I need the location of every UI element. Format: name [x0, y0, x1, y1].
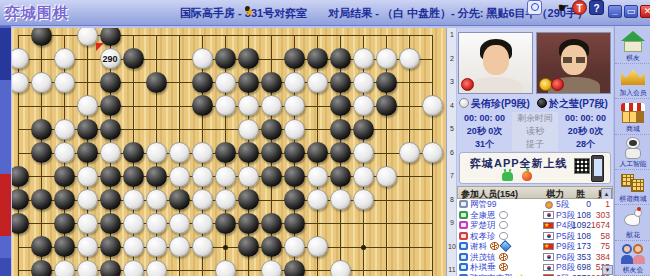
white-stone [77, 189, 98, 210]
black-stone [215, 48, 236, 69]
black-stone [353, 119, 374, 140]
white-stone [330, 260, 351, 276]
black-stone [192, 95, 213, 116]
board-row-coordinates: 1234567891011 [446, 28, 456, 276]
black-stone [54, 189, 75, 210]
black-stone [215, 213, 236, 234]
rank-badge-icon [545, 201, 553, 209]
black-player-name: 於之莹(P7段) [537, 97, 615, 110]
black-stone [100, 166, 121, 187]
white-stone [12, 48, 29, 69]
thumbs-up-icon [459, 211, 468, 219]
white-stone [215, 95, 236, 116]
black-stone [330, 142, 351, 163]
sidebar-item-people[interactable]: 棋友会 [615, 241, 650, 276]
sidebar-item-label: 献花 [618, 230, 649, 238]
black-stone [12, 213, 29, 234]
black-stone [100, 189, 121, 210]
phone-qr-icon [574, 155, 604, 182]
participant-name[interactable]: 权孝珍 [470, 231, 496, 241]
black-stone [261, 213, 282, 234]
participant-losses: 1674 [591, 220, 610, 230]
sidebar-item-rooster[interactable]: 献花 [615, 206, 650, 241]
sidebar-item-label: 商城 [618, 124, 649, 132]
room-star-icon: ★ [245, 6, 250, 11]
black-stone [284, 213, 305, 234]
sidebar-item-label: 棋友会 [618, 265, 649, 273]
participant-row[interactable]: 驻守密支那6段25722279 [457, 273, 613, 276]
app-logo: 弈城围棋 [5, 4, 69, 23]
black-stone [330, 72, 351, 93]
sidebar-item-house[interactable]: 棋友 [615, 29, 650, 64]
hand-pointer-icon[interactable]: ☛ [556, 0, 571, 15]
app-promo-banner[interactable]: 弈城APP全新上线 [459, 152, 611, 184]
black-stone [31, 189, 52, 210]
thumbs-up-icon [459, 200, 468, 208]
last-move-stone: 290 [100, 48, 121, 69]
black-stone [146, 72, 167, 93]
black-stone [238, 142, 259, 163]
white-stone [238, 95, 259, 116]
white-stone [54, 119, 75, 140]
android-icon [502, 172, 513, 181]
white-remaining-time: 00: 00: 00 [457, 112, 512, 125]
black-stone-icon [537, 98, 547, 108]
participant-wins: 698 [569, 262, 591, 272]
row-coordinate-label: 7 [447, 172, 457, 179]
white-stone [169, 166, 190, 187]
black-stone [123, 166, 144, 187]
star-point [223, 245, 228, 250]
white-stone [422, 95, 443, 116]
sidebar-menu: 棋友加入会员商城人工智能棋谱商城献花棋友会 [614, 26, 650, 276]
black-stone [238, 213, 259, 234]
black-stone [261, 72, 282, 93]
participant-losses: 1 [591, 199, 610, 209]
black-stone [284, 48, 305, 69]
white-stone [12, 72, 29, 93]
participant-wins: 173 [569, 241, 591, 251]
black-stone [284, 166, 305, 187]
wheel-badge-icon [499, 253, 508, 261]
white-stone [238, 166, 259, 187]
white-stone [192, 213, 213, 234]
sidebar-item-label: 棋友 [618, 54, 649, 62]
game-info-panel: 吴侑珍(P9段) 於之莹(P7段) 00: 00: 00 剩余时间 00: 00… [457, 28, 613, 276]
participant-wins: 0 [569, 199, 591, 209]
black-player-photo [536, 32, 611, 94]
black-stone [330, 119, 351, 140]
move-number-label: 290 [101, 49, 120, 70]
participant-name[interactable]: 网管99 [470, 199, 496, 209]
row-coordinate-label: 8 [447, 196, 457, 203]
goban-icon [620, 172, 646, 194]
participant-name[interactable]: 谢科 [470, 241, 487, 251]
white-stone [77, 236, 98, 257]
participant-name[interactable]: 罗楚玥 [470, 220, 496, 230]
white-stone [31, 72, 52, 93]
black-remaining-time: 00: 00: 00 [558, 112, 613, 125]
black-stone [100, 236, 121, 257]
white-stone-icon [459, 98, 469, 108]
black-stone [330, 95, 351, 116]
black-stone [31, 28, 52, 46]
black-stone [31, 260, 52, 276]
sidebar-item-goban[interactable]: 棋谱商城 [615, 170, 650, 205]
white-stone [399, 142, 420, 163]
white-stone [307, 189, 328, 210]
black-stone [54, 213, 75, 234]
white-stone [54, 72, 75, 93]
white-stone [261, 260, 282, 276]
white-player-name: 吴侑珍(P9段) [459, 97, 537, 110]
white-stone [77, 28, 98, 46]
white-stone [54, 48, 75, 69]
black-stone [376, 72, 397, 93]
participant-losses: 384 [591, 252, 610, 262]
white-stone [353, 48, 374, 69]
black-stone [12, 189, 29, 210]
black-stone [330, 166, 351, 187]
row-coordinate-label: 10 [447, 243, 457, 250]
black-stone [100, 213, 121, 234]
black-stone [100, 119, 121, 140]
left-strip-segment [0, 28, 11, 80]
white-stone [399, 48, 420, 69]
participant-name[interactable]: 朴琪垂 [470, 262, 496, 272]
white-stone [146, 213, 167, 234]
white-stone [261, 95, 282, 116]
banner-text: 弈城APP全新上线 [470, 156, 568, 171]
thumbs-up-icon [459, 263, 468, 271]
black-stone [307, 142, 328, 163]
white-stone [353, 95, 374, 116]
row-coordinate-label: 9 [447, 219, 457, 226]
remaining-time-label: 剩余时间 [512, 112, 558, 125]
participant-name[interactable]: 驻守密支那 [470, 273, 513, 276]
white-stone [307, 72, 328, 93]
white-stone [192, 166, 213, 187]
black-stone [31, 236, 52, 257]
wheel-badge-icon [499, 263, 508, 271]
black-stone [215, 142, 236, 163]
white-stone [123, 213, 144, 234]
white-stone [330, 189, 351, 210]
people-icon [620, 243, 646, 265]
row-coordinate-label: 4 [447, 102, 457, 109]
korea-flag-icon [543, 211, 554, 219]
close-button[interactable]: ✕ [640, 5, 650, 18]
white-stone [192, 189, 213, 210]
apple-icon [522, 171, 532, 181]
participant-row[interactable]: 网管995段01 [457, 199, 613, 210]
participant-wins: 108 [569, 210, 591, 220]
white-stone [376, 48, 397, 69]
black-stone [330, 48, 351, 69]
cloud-badge-icon [499, 211, 508, 219]
go-board[interactable]: 290 [12, 28, 446, 276]
game-result-text: 对局结果 - （白 中盘胜）- 分先: 黑贴6目半（290手） [328, 7, 588, 19]
left-strip-segment [0, 258, 11, 276]
white-byoyomi: 20秒 0次 [457, 125, 512, 138]
row-coordinate-label: 3 [447, 78, 457, 85]
china-flag-icon [543, 222, 554, 230]
wheel-badge-icon [490, 242, 499, 250]
white-stone [353, 189, 374, 210]
white-stone [77, 260, 98, 276]
photo-face [483, 45, 509, 75]
black-captures: 28个 [558, 138, 613, 151]
white-stone [169, 213, 190, 234]
white-stone [422, 142, 443, 163]
white-stone [353, 166, 374, 187]
rooster-icon [620, 208, 646, 230]
participant-wins: 108 [569, 231, 591, 241]
white-stone [284, 236, 305, 257]
participant-wins: 2572 [569, 273, 591, 276]
black-stone [376, 95, 397, 116]
black-stone [192, 72, 213, 93]
glasses [563, 57, 585, 63]
white-stone [192, 48, 213, 69]
black-stone [261, 166, 282, 187]
black-stone [12, 166, 29, 187]
black-stone [31, 142, 52, 163]
white-stone [215, 189, 236, 210]
white-stone [238, 119, 259, 140]
white-captures: 31个 [457, 138, 512, 151]
black-stone [261, 142, 282, 163]
white-stone [192, 236, 213, 257]
sidebar-item-store[interactable]: 商城 [615, 100, 650, 135]
white-stone [123, 236, 144, 257]
participant-losses: 303 [591, 210, 610, 220]
red-flower-icon [551, 78, 564, 91]
black-stone [77, 119, 98, 140]
black-stone [77, 142, 98, 163]
china-flag-icon [543, 243, 554, 251]
sidebar-item-astronaut[interactable]: 人工智能 [615, 135, 650, 170]
byoyomi-label: 读秒 [512, 125, 558, 138]
row-coordinate-label: 11 [447, 266, 457, 273]
black-stone [100, 95, 121, 116]
white-stone [376, 166, 397, 187]
korea-flag-icon [543, 232, 554, 240]
participant-losses: 58 [591, 231, 610, 241]
scroll-down-arrow[interactable]: ▼ [602, 265, 613, 275]
korea-flag-icon [543, 264, 554, 272]
black-stone [284, 189, 305, 210]
black-stone [169, 189, 190, 210]
white-stone [77, 95, 98, 116]
participant-losses: 75 [591, 241, 610, 251]
sidebar-item-label: 人工智能 [618, 160, 649, 168]
participant-row[interactable]: 谢科P9段17375 [457, 241, 613, 252]
black-stone [146, 166, 167, 187]
black-stone [123, 48, 144, 69]
timer-table: 00: 00: 00 剩余时间 00: 00: 00 20秒 0次 读秒 20秒… [457, 112, 613, 151]
participant-row[interactable]: 洪茂镇P6段353384 [457, 252, 613, 263]
white-stone [307, 166, 328, 187]
participant-row[interactable]: 朴琪垂P8段698525 [457, 262, 613, 273]
black-stone [31, 119, 52, 140]
black-stone [261, 119, 282, 140]
black-stone [238, 189, 259, 210]
row-coordinate-label: 5 [447, 125, 457, 132]
white-stone [123, 189, 144, 210]
black-stone [238, 72, 259, 93]
cloud-badge-icon [499, 221, 508, 229]
white-stone [215, 260, 236, 276]
participant-rank: 5段 [556, 199, 569, 209]
black-stone [284, 260, 305, 276]
thumbs-up-icon [459, 232, 468, 240]
korea-flag-icon [543, 253, 554, 261]
white-stone [192, 142, 213, 163]
captures-label: 提子 [512, 138, 558, 151]
room-name: 国际高手房 - [180, 7, 242, 19]
white-stone [146, 189, 167, 210]
white-stone [123, 260, 144, 276]
minimize-button[interactable]: _ [608, 5, 622, 18]
white-stone [169, 236, 190, 257]
photo-body [470, 77, 522, 94]
participant-list[interactable]: 网管995段01全康恩P3段108303罗楚玥P4段10921674权孝珍P5段… [457, 199, 613, 276]
white-stone [146, 142, 167, 163]
black-stone [238, 48, 259, 69]
left-strip-red-segment [0, 174, 11, 236]
white-stone [100, 142, 121, 163]
clock-icon[interactable] [527, 0, 542, 15]
black-stone [123, 142, 144, 163]
black-stone [100, 260, 121, 276]
black-stone [54, 166, 75, 187]
white-stone [54, 142, 75, 163]
white-stone [307, 236, 328, 257]
thumbs-up-icon [459, 221, 468, 229]
participant-name[interactable]: 全康恩 [470, 210, 496, 220]
sidebar-item-label: 棋谱商城 [618, 195, 649, 203]
white-stone [284, 72, 305, 93]
tygem-logo-icon[interactable]: T [572, 0, 587, 15]
participant-row[interactable]: 罗楚玥P4段10921674 [457, 220, 613, 231]
thumbs-up-icon [459, 253, 468, 261]
left-border-strip [0, 26, 11, 276]
white-stone [284, 119, 305, 140]
black-stone [261, 236, 282, 257]
white-stone [215, 166, 236, 187]
crown-icon [620, 66, 646, 88]
black-stone [284, 142, 305, 163]
black-stone [307, 48, 328, 69]
white-stone [215, 72, 236, 93]
white-stone [77, 166, 98, 187]
sidebar-item-label: 加入会员 [618, 89, 649, 97]
row-coordinate-label: 1 [447, 31, 457, 38]
astronaut-icon [620, 137, 646, 159]
help-button[interactable]: ? [589, 0, 604, 15]
house-icon [620, 31, 646, 53]
row-coordinate-label: 6 [447, 149, 457, 156]
thumbs-up-icon [459, 242, 468, 250]
store-icon [620, 102, 646, 124]
black-stone [238, 236, 259, 257]
white-stone [284, 95, 305, 116]
white-stone [54, 260, 75, 276]
white-stone [146, 260, 167, 276]
red-flower-icon [461, 78, 474, 91]
participant-row[interactable]: 权孝珍P5段10858 [457, 231, 613, 242]
participant-name[interactable]: 洪茂镇 [470, 252, 496, 262]
white-stone [169, 142, 190, 163]
participant-wins: 1092 [569, 220, 591, 230]
white-stone [353, 72, 374, 93]
participant-row[interactable]: 全康恩P3段108303 [457, 210, 613, 221]
white-stone [146, 236, 167, 257]
title-bar: 弈城围棋 国际高手房 - ★331号对弈室 对局结果 - （白 中盘胜）- 分先… [0, 0, 650, 26]
star-point [361, 245, 366, 250]
black-stone [100, 72, 121, 93]
row-coordinate-label: 2 [447, 55, 457, 62]
white-player-photo [458, 32, 533, 94]
participant-list-header: 参加人员(154) 棋力 胜 败 ▲ [457, 186, 613, 199]
white-stone [77, 213, 98, 234]
participant-wins: 353 [569, 252, 591, 262]
sidebar-item-crown[interactable]: 加入会员 [615, 64, 650, 99]
maximize-button[interactable]: ▭ [624, 5, 638, 18]
black-byoyomi: 20秒 0次 [558, 125, 613, 138]
gem-badge-icon [499, 240, 511, 252]
white-stone [353, 142, 374, 163]
cloud-badge-icon [499, 232, 508, 240]
black-stone [54, 236, 75, 257]
participant-rank: 6段 [556, 273, 569, 276]
